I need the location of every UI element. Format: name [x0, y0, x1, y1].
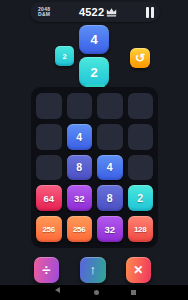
arrow-up-icon: ↑: [90, 262, 97, 277]
app-logo: 2048 D&M: [38, 7, 50, 18]
board-cell-r1c3[interactable]: [97, 93, 123, 119]
android-home-icon[interactable]: [94, 290, 99, 295]
board-tile-8: 8: [97, 185, 123, 211]
board-cell-r2c1[interactable]: [36, 124, 62, 150]
score-value: 4522: [79, 6, 104, 18]
next-queue-tile: 2: [55, 46, 74, 66]
board-cell-r5c1[interactable]: 256: [36, 216, 62, 242]
pause-bar-left: [146, 7, 149, 18]
game-board: 48464328225625632128: [31, 87, 158, 248]
rotate-icon: ↺: [135, 51, 145, 65]
board-cell-r4c4[interactable]: 2: [128, 185, 154, 211]
logo-line2: D&M: [38, 12, 50, 18]
close-icon: ✕: [133, 263, 143, 277]
board-cell-r2c3[interactable]: [97, 124, 123, 150]
powerup-divide-button[interactable]: ÷: [34, 257, 60, 283]
board-cell-r4c1[interactable]: 64: [36, 185, 62, 211]
score-display: 4522: [50, 6, 146, 18]
powerup-close-button[interactable]: ✕: [126, 257, 152, 283]
pause-bar-right: [151, 7, 154, 18]
board-tile-8: 8: [67, 155, 93, 181]
top-bar: 2048 D&M 4522: [30, 2, 160, 22]
board-tile-4: 4: [97, 155, 123, 181]
board-cell-r1c4[interactable]: [128, 93, 154, 119]
board-cell-r4c3[interactable]: 8: [97, 185, 123, 211]
board-cell-r5c4[interactable]: 128: [128, 216, 154, 242]
board-cell-r2c2[interactable]: 4: [67, 124, 93, 150]
board-cell-r5c3[interactable]: 32: [97, 216, 123, 242]
board-cell-r4c2[interactable]: 32: [67, 185, 93, 211]
android-recents-icon[interactable]: [131, 290, 136, 295]
board-cell-r1c2[interactable]: [67, 93, 93, 119]
falling-tile-top[interactable]: 4: [79, 25, 109, 54]
powerup-arrow-up-button[interactable]: ↑: [80, 257, 106, 283]
board-cell-r3c4[interactable]: [128, 155, 154, 181]
falling-tile-bottom[interactable]: 2: [79, 57, 109, 87]
android-back-icon[interactable]: [55, 287, 60, 293]
board-tile-64: 64: [36, 185, 62, 211]
rotate-button[interactable]: ↺: [130, 48, 150, 68]
divide-icon: ÷: [42, 261, 50, 278]
board-tile-128: 128: [128, 216, 154, 242]
board-tile-2: 2: [128, 185, 154, 211]
crown-icon: [106, 7, 117, 17]
board-tile-32: 32: [67, 185, 93, 211]
board-tile-32: 32: [97, 216, 123, 242]
board-cell-r2c4[interactable]: [128, 124, 154, 150]
pause-button[interactable]: [146, 7, 154, 18]
board-cell-r3c2[interactable]: 8: [67, 155, 93, 181]
board-tile-4: 4: [67, 124, 93, 150]
board-cell-r1c1[interactable]: [36, 93, 62, 119]
board-tile-256: 256: [67, 216, 93, 242]
board-cell-r3c3[interactable]: 4: [97, 155, 123, 181]
board-cell-r5c2[interactable]: 256: [67, 216, 93, 242]
board-cell-r3c1[interactable]: [36, 155, 62, 181]
game-screen: 2048 D&M 4522 2 4 2 ↺ 484643282256256321…: [0, 0, 188, 300]
board-tile-256: 256: [36, 216, 62, 242]
